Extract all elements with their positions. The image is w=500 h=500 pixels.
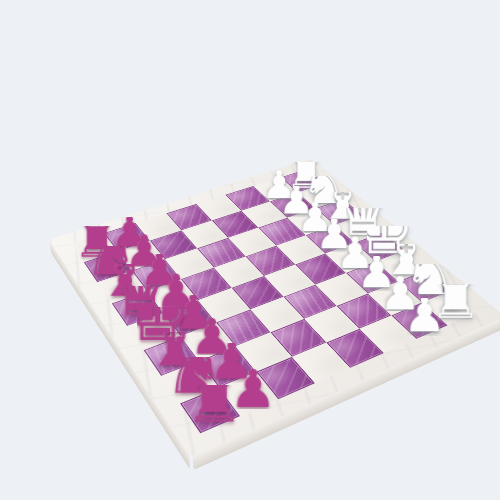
chess-board: ♜♟♟♜♞♟♟♞♝♟♟♝♛♟♟♛♚♟♟♚♝♟♟♝♞♟♟♞♜♟♟♜ (49, 158, 500, 457)
perspective-wrapper: ♜♟♟♜♞♟♟♞♝♟♟♝♛♟♟♛♚♟♟♚♝♟♟♝♞♟♟♞♜♟♟♜ (0, 0, 500, 500)
pink-rook-icon: ♜ (184, 366, 245, 430)
piece-pink-rook-h8[interactable]: ♜ (193, 385, 235, 427)
scene: ♜♟♟♜♞♟♟♞♝♟♟♝♛♟♟♛♚♟♟♚♝♟♟♝♞♟♟♞♜♟♟♜ (0, 0, 500, 500)
white-pawn-icon: ♟ (403, 293, 445, 338)
square-h8[interactable]: ♜ (180, 387, 240, 433)
board-3d: ♜♟♟♜♞♟♟♞♝♟♟♝♛♟♟♛♚♟♟♚♝♟♟♝♞♟♟♞♜♟♟♜ (49, 158, 500, 457)
piece-white-pawn-h2[interactable]: ♟ (406, 298, 444, 336)
